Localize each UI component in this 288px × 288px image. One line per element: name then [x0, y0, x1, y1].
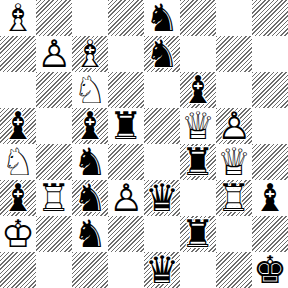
piece-black-rook[interactable]: ♜ [180, 144, 216, 180]
square-h5[interactable] [252, 108, 288, 144]
square-h8[interactable] [252, 0, 288, 36]
square-c3[interactable]: ♞ [72, 180, 108, 216]
square-a1[interactable] [0, 252, 36, 288]
square-e1[interactable]: ♛ [144, 252, 180, 288]
square-d6[interactable] [108, 72, 144, 108]
square-b1[interactable] [36, 252, 72, 288]
piece-black-bishop[interactable]: ♝ [72, 108, 108, 144]
square-f1[interactable] [180, 252, 216, 288]
white-pawn-outline: ♙ [216, 108, 252, 144]
piece-black-bishop[interactable]: ♝ [180, 72, 216, 108]
square-h1[interactable]: ♚ [252, 252, 288, 288]
square-d2[interactable] [108, 216, 144, 252]
square-g6[interactable] [216, 72, 252, 108]
square-g5[interactable]: ♟♙ [216, 108, 252, 144]
piece-white-pawn[interactable]: ♟♙ [36, 36, 72, 72]
square-e6[interactable] [144, 72, 180, 108]
square-c1[interactable] [72, 252, 108, 288]
square-b5[interactable] [36, 108, 72, 144]
square-a4[interactable]: ♞♘ [0, 144, 36, 180]
white-pawn-outline: ♙ [108, 180, 144, 216]
square-d8[interactable] [108, 0, 144, 36]
piece-white-bishop[interactable]: ♝♗ [72, 36, 108, 72]
piece-black-queen[interactable]: ♛ [144, 252, 180, 288]
square-f8[interactable] [180, 0, 216, 36]
square-e2[interactable] [144, 216, 180, 252]
square-a8[interactable]: ♝♗ [0, 0, 36, 36]
white-queen-outline: ♕ [216, 144, 252, 180]
square-a6[interactable] [0, 72, 36, 108]
piece-white-bishop[interactable]: ♝♗ [0, 0, 36, 36]
white-bishop-outline: ♗ [72, 36, 108, 72]
square-d7[interactable] [108, 36, 144, 72]
piece-black-queen[interactable]: ♛ [144, 180, 180, 216]
square-b7[interactable]: ♟♙ [36, 36, 72, 72]
piece-black-knight[interactable]: ♞ [72, 216, 108, 252]
white-bishop-outline: ♗ [0, 0, 36, 36]
square-g4[interactable]: ♛♕ [216, 144, 252, 180]
white-queen-outline: ♕ [180, 108, 216, 144]
piece-white-knight[interactable]: ♞♘ [0, 144, 36, 180]
square-d5[interactable]: ♜ [108, 108, 144, 144]
piece-white-rook[interactable]: ♜♖ [216, 180, 252, 216]
piece-white-queen[interactable]: ♛♕ [216, 144, 252, 180]
square-d4[interactable] [108, 144, 144, 180]
square-b2[interactable] [36, 216, 72, 252]
square-g8[interactable] [216, 0, 252, 36]
square-g7[interactable] [216, 36, 252, 72]
square-e4[interactable] [144, 144, 180, 180]
square-h3[interactable]: ♝ [252, 180, 288, 216]
square-h4[interactable] [252, 144, 288, 180]
piece-white-pawn[interactable]: ♟♙ [108, 180, 144, 216]
piece-black-knight[interactable]: ♞ [72, 144, 108, 180]
square-c2[interactable]: ♞ [72, 216, 108, 252]
white-rook-outline: ♖ [216, 180, 252, 216]
piece-white-king[interactable]: ♚♔ [0, 216, 36, 252]
square-b3[interactable]: ♜♖ [36, 180, 72, 216]
square-g2[interactable] [216, 216, 252, 252]
square-d1[interactable] [108, 252, 144, 288]
piece-white-pawn[interactable]: ♟♙ [216, 108, 252, 144]
square-a3[interactable]: ♝ [0, 180, 36, 216]
piece-black-king[interactable]: ♚ [252, 252, 288, 288]
square-c6[interactable]: ♞♘ [72, 72, 108, 108]
white-king-outline: ♔ [0, 216, 36, 252]
white-knight-outline: ♘ [72, 72, 108, 108]
square-b6[interactable] [36, 72, 72, 108]
square-c4[interactable]: ♞ [72, 144, 108, 180]
piece-white-queen[interactable]: ♛♕ [180, 108, 216, 144]
square-h2[interactable] [252, 216, 288, 252]
piece-black-bishop[interactable]: ♝ [252, 180, 288, 216]
square-c7[interactable]: ♝♗ [72, 36, 108, 72]
square-f5[interactable]: ♛♕ [180, 108, 216, 144]
square-g1[interactable] [216, 252, 252, 288]
piece-black-rook[interactable]: ♜ [108, 108, 144, 144]
square-f6[interactable]: ♝ [180, 72, 216, 108]
square-f7[interactable] [180, 36, 216, 72]
square-g3[interactable]: ♜♖ [216, 180, 252, 216]
piece-black-rook[interactable]: ♜ [180, 216, 216, 252]
piece-black-knight[interactable]: ♞ [144, 0, 180, 36]
piece-white-knight[interactable]: ♞♘ [72, 72, 108, 108]
piece-black-bishop[interactable]: ♝ [0, 180, 36, 216]
square-f2[interactable]: ♜ [180, 216, 216, 252]
square-c8[interactable] [72, 0, 108, 36]
square-e5[interactable] [144, 108, 180, 144]
white-pawn-outline: ♙ [36, 36, 72, 72]
white-rook-outline: ♖ [36, 180, 72, 216]
piece-white-rook[interactable]: ♜♖ [36, 180, 72, 216]
white-knight-outline: ♘ [0, 144, 36, 180]
square-e8[interactable]: ♞ [144, 0, 180, 36]
square-d3[interactable]: ♟♙ [108, 180, 144, 216]
square-h7[interactable] [252, 36, 288, 72]
square-b4[interactable] [36, 144, 72, 180]
piece-black-bishop[interactable]: ♝ [0, 108, 36, 144]
square-e7[interactable]: ♞ [144, 36, 180, 72]
piece-black-knight[interactable]: ♞ [72, 180, 108, 216]
chess-board: ♝♗♞♟♙♝♗♞♞♘♝♝♝♜♛♕♟♙♞♘♞♜♛♕♝♜♖♞♟♙♛♜♖♝♚♔♞♜♛♚ [0, 0, 288, 288]
square-b8[interactable] [36, 0, 72, 36]
square-e3[interactable]: ♛ [144, 180, 180, 216]
square-f4[interactable]: ♜ [180, 144, 216, 180]
square-h6[interactable] [252, 72, 288, 108]
square-a5[interactable]: ♝ [0, 108, 36, 144]
square-c5[interactable]: ♝ [72, 108, 108, 144]
square-f3[interactable] [180, 180, 216, 216]
square-a2[interactable]: ♚♔ [0, 216, 36, 252]
square-a7[interactable] [0, 36, 36, 72]
piece-black-knight[interactable]: ♞ [144, 36, 180, 72]
